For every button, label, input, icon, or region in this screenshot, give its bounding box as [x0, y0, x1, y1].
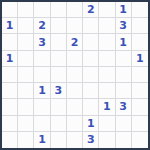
empty-cell-r5c8[interactable]: [116, 67, 132, 83]
empty-cell-r1c5[interactable]: [67, 2, 83, 18]
empty-cell-r5c9[interactable]: [132, 67, 148, 83]
clue-cell-r7c8: 3: [116, 99, 132, 115]
empty-cell-r9c7[interactable]: [99, 132, 115, 148]
empty-cell-r2c2[interactable]: [18, 18, 34, 34]
empty-cell-r3c9[interactable]: [132, 34, 148, 50]
empty-cell-r4c5[interactable]: [67, 51, 83, 67]
empty-cell-r9c2[interactable]: [18, 132, 34, 148]
empty-cell-r3c7[interactable]: [99, 34, 115, 50]
empty-cell-r4c6[interactable]: [83, 51, 99, 67]
empty-cell-r5c5[interactable]: [67, 67, 83, 83]
empty-cell-r6c6[interactable]: [83, 83, 99, 99]
empty-cell-r4c2[interactable]: [18, 51, 34, 67]
empty-cell-r6c5[interactable]: [67, 83, 83, 99]
clue-cell-r3c5: 2: [67, 34, 83, 50]
empty-cell-r6c2[interactable]: [18, 83, 34, 99]
empty-cell-r7c5[interactable]: [67, 99, 83, 115]
clue-cell-r3c8: 1: [116, 34, 132, 50]
empty-cell-r9c9[interactable]: [132, 132, 148, 148]
empty-cell-r7c3[interactable]: [34, 99, 50, 115]
empty-cell-r7c2[interactable]: [18, 99, 34, 115]
empty-cell-r3c6[interactable]: [83, 34, 99, 50]
empty-cell-r4c4[interactable]: [51, 51, 67, 67]
empty-cell-r8c2[interactable]: [18, 116, 34, 132]
clue-cell-r6c4: 3: [51, 83, 67, 99]
empty-cell-r1c1[interactable]: [2, 2, 18, 18]
empty-cell-r5c1[interactable]: [2, 67, 18, 83]
empty-cell-r6c7[interactable]: [99, 83, 115, 99]
empty-cell-r5c3[interactable]: [34, 67, 50, 83]
empty-cell-r9c8[interactable]: [116, 132, 132, 148]
empty-cell-r9c1[interactable]: [2, 132, 18, 148]
empty-cell-r2c6[interactable]: [83, 18, 99, 34]
empty-cell-r7c1[interactable]: [2, 99, 18, 115]
clue-cell-r2c3: 2: [34, 18, 50, 34]
clue-cell-r2c8: 3: [116, 18, 132, 34]
empty-cell-r1c3[interactable]: [34, 2, 50, 18]
puzzle-board: 21123321111313113: [0, 0, 150, 150]
empty-cell-r2c5[interactable]: [67, 18, 83, 34]
empty-cell-r1c4[interactable]: [51, 2, 67, 18]
empty-cell-r6c8[interactable]: [116, 83, 132, 99]
empty-cell-r9c5[interactable]: [67, 132, 83, 148]
empty-cell-r2c7[interactable]: [99, 18, 115, 34]
empty-cell-r7c9[interactable]: [132, 99, 148, 115]
empty-cell-r5c6[interactable]: [83, 67, 99, 83]
empty-cell-r4c8[interactable]: [116, 51, 132, 67]
empty-cell-r8c9[interactable]: [132, 116, 148, 132]
empty-cell-r8c5[interactable]: [67, 116, 83, 132]
empty-cell-r9c4[interactable]: [51, 132, 67, 148]
empty-cell-r6c1[interactable]: [2, 83, 18, 99]
clue-cell-r1c6: 2: [83, 2, 99, 18]
clue-cell-r4c9: 1: [132, 51, 148, 67]
empty-cell-r1c7[interactable]: [99, 2, 115, 18]
clue-cell-r2c1: 1: [2, 18, 18, 34]
clue-cell-r4c1: 1: [2, 51, 18, 67]
clue-cell-r7c7: 1: [99, 99, 115, 115]
empty-cell-r1c9[interactable]: [132, 2, 148, 18]
clue-cell-r1c8: 1: [116, 2, 132, 18]
empty-cell-r3c2[interactable]: [18, 34, 34, 50]
empty-cell-r2c4[interactable]: [51, 18, 67, 34]
empty-cell-r7c6[interactable]: [83, 99, 99, 115]
empty-cell-r8c4[interactable]: [51, 116, 67, 132]
empty-cell-r1c2[interactable]: [18, 2, 34, 18]
empty-cell-r3c1[interactable]: [2, 34, 18, 50]
empty-cell-r3c4[interactable]: [51, 34, 67, 50]
empty-cell-r4c7[interactable]: [99, 51, 115, 67]
empty-cell-r6c9[interactable]: [132, 83, 148, 99]
empty-cell-r5c7[interactable]: [99, 67, 115, 83]
empty-cell-r5c4[interactable]: [51, 67, 67, 83]
empty-cell-r5c2[interactable]: [18, 67, 34, 83]
empty-cell-r7c4[interactable]: [51, 99, 67, 115]
clue-cell-r9c3: 1: [34, 132, 50, 148]
empty-cell-r2c9[interactable]: [132, 18, 148, 34]
clue-cell-r3c3: 3: [34, 34, 50, 50]
empty-cell-r4c3[interactable]: [34, 51, 50, 67]
clue-cell-r9c6: 3: [83, 132, 99, 148]
empty-cell-r8c3[interactable]: [34, 116, 50, 132]
empty-cell-r8c7[interactable]: [99, 116, 115, 132]
clue-cell-r6c3: 1: [34, 83, 50, 99]
clue-cell-r8c6: 1: [83, 116, 99, 132]
empty-cell-r8c8[interactable]: [116, 116, 132, 132]
empty-cell-r8c1[interactable]: [2, 116, 18, 132]
